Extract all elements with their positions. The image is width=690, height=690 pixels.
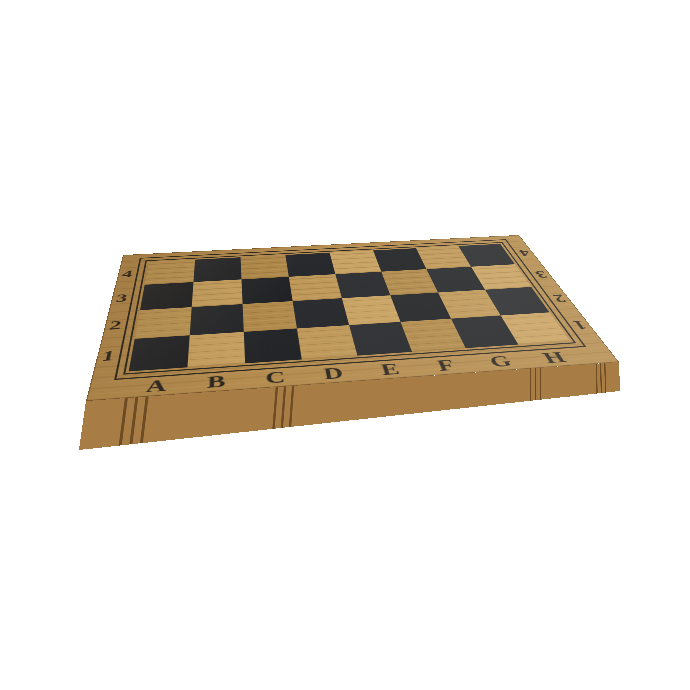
chessboard-product-photo: ABCDEFGH43214321 <box>0 0 690 690</box>
side-groove-cluster-4 <box>596 363 607 394</box>
side-groove-cluster-3 <box>530 368 542 401</box>
side-groove-cluster-2 <box>272 386 295 429</box>
side-groove-cluster-1 <box>119 396 150 445</box>
